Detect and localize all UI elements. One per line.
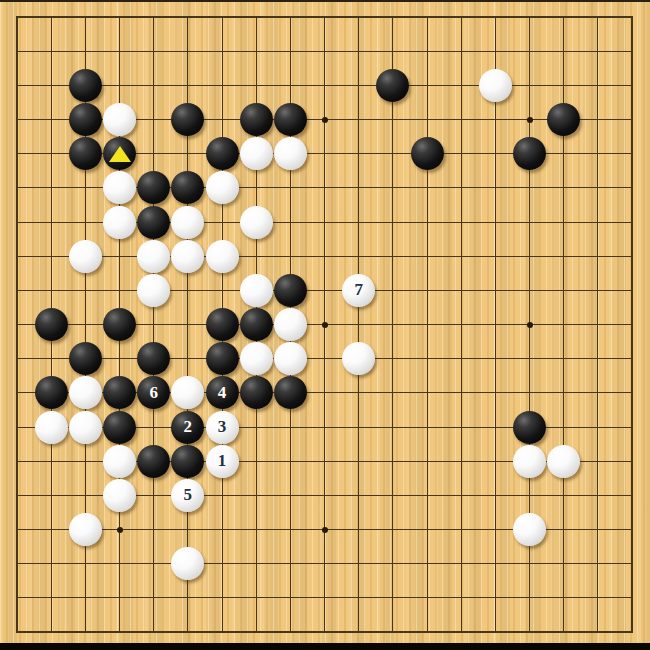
black-stone bbox=[411, 137, 444, 170]
grid-line-vertical bbox=[597, 16, 598, 633]
black-stone bbox=[35, 308, 68, 341]
white-stone bbox=[547, 445, 580, 478]
star-point bbox=[527, 322, 533, 328]
black-stone bbox=[513, 137, 546, 170]
grid-line-vertical bbox=[392, 16, 393, 633]
white-stone bbox=[240, 206, 273, 239]
white-stone bbox=[137, 274, 170, 307]
grid-line-vertical bbox=[495, 16, 496, 633]
white-stone bbox=[513, 445, 546, 478]
white-stone bbox=[69, 411, 102, 444]
white-stone bbox=[171, 547, 204, 580]
white-stone bbox=[240, 274, 273, 307]
black-stone bbox=[137, 342, 170, 375]
white-stone bbox=[103, 171, 136, 204]
black-stone bbox=[171, 171, 204, 204]
move-number-3: 3 bbox=[205, 410, 239, 444]
star-point bbox=[322, 527, 328, 533]
black-stone bbox=[69, 342, 102, 375]
white-stone bbox=[103, 206, 136, 239]
star-point bbox=[527, 117, 533, 123]
black-stone bbox=[240, 376, 273, 409]
star-point bbox=[322, 117, 328, 123]
white-stone bbox=[69, 240, 102, 273]
white-stone bbox=[171, 376, 204, 409]
white-stone bbox=[342, 342, 375, 375]
black-stone bbox=[240, 308, 273, 341]
white-stone bbox=[171, 206, 204, 239]
black-stone bbox=[206, 342, 239, 375]
white-stone bbox=[274, 137, 307, 170]
go-game-screenshot: 1234567 bbox=[0, 0, 650, 650]
go-board[interactable]: 1234567 bbox=[0, 0, 650, 650]
black-stone bbox=[137, 206, 170, 239]
grid-line-vertical bbox=[461, 16, 462, 633]
white-stone bbox=[479, 69, 512, 102]
move-number-2: 2 bbox=[171, 410, 205, 444]
move-number-6: 6 bbox=[137, 376, 171, 410]
black-stone bbox=[274, 103, 307, 136]
black-stone bbox=[69, 69, 102, 102]
star-point bbox=[117, 527, 123, 533]
top-edge-bar bbox=[0, 0, 650, 2]
black-stone bbox=[547, 103, 580, 136]
grid-line-horizontal bbox=[16, 358, 633, 359]
white-stone bbox=[206, 240, 239, 273]
black-stone bbox=[171, 445, 204, 478]
grid-line-horizontal bbox=[16, 563, 633, 564]
black-stone bbox=[137, 171, 170, 204]
triangle-marker bbox=[109, 146, 131, 162]
black-stone bbox=[171, 103, 204, 136]
grid-line-horizontal bbox=[16, 597, 633, 598]
black-stone bbox=[103, 308, 136, 341]
white-stone bbox=[513, 513, 546, 546]
black-stone bbox=[69, 103, 102, 136]
white-stone bbox=[274, 342, 307, 375]
black-stone bbox=[69, 137, 102, 170]
grid-line-vertical bbox=[631, 16, 633, 633]
black-stone bbox=[35, 376, 68, 409]
white-stone bbox=[274, 308, 307, 341]
black-stone bbox=[240, 103, 273, 136]
star-point bbox=[322, 322, 328, 328]
white-stone bbox=[103, 479, 136, 512]
grid-line-vertical bbox=[427, 16, 428, 633]
black-stone bbox=[513, 411, 546, 444]
white-stone bbox=[69, 376, 102, 409]
black-stone bbox=[274, 274, 307, 307]
black-stone bbox=[103, 376, 136, 409]
white-stone bbox=[35, 411, 68, 444]
white-stone bbox=[240, 342, 273, 375]
black-stone bbox=[274, 376, 307, 409]
white-stone bbox=[103, 445, 136, 478]
move-number-4: 4 bbox=[205, 376, 239, 410]
white-stone bbox=[69, 513, 102, 546]
move-number-1: 1 bbox=[205, 444, 239, 478]
white-stone bbox=[171, 240, 204, 273]
white-stone bbox=[103, 103, 136, 136]
black-stone bbox=[206, 137, 239, 170]
bottom-edge-bar bbox=[0, 643, 650, 650]
black-stone bbox=[137, 445, 170, 478]
white-stone bbox=[240, 137, 273, 170]
move-number-7: 7 bbox=[342, 273, 376, 307]
white-stone bbox=[137, 240, 170, 273]
black-stone bbox=[103, 411, 136, 444]
grid-line-vertical bbox=[358, 16, 359, 633]
black-stone bbox=[206, 308, 239, 341]
grid-line-horizontal bbox=[16, 631, 633, 633]
black-stone bbox=[376, 69, 409, 102]
white-stone bbox=[206, 171, 239, 204]
move-number-5: 5 bbox=[171, 478, 205, 512]
